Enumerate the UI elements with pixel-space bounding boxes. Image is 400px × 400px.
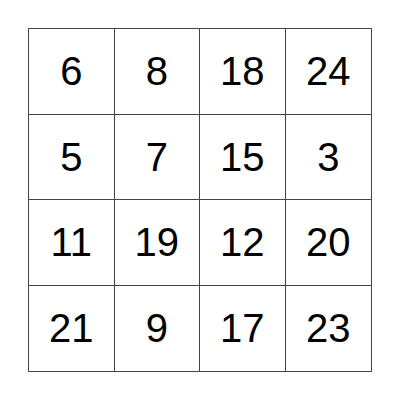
- grid-cell-r3-c3[interactable]: 12: [200, 200, 286, 286]
- grid-cell-r3-c4[interactable]: 20: [286, 200, 372, 286]
- grid-cell-r4-c2[interactable]: 9: [115, 286, 201, 372]
- grid-cell-r1-c4[interactable]: 24: [286, 29, 372, 115]
- grid-cell-r4-c3[interactable]: 17: [200, 286, 286, 372]
- grid-cell-r2-c3[interactable]: 15: [200, 115, 286, 201]
- grid-cell-r3-c2[interactable]: 19: [115, 200, 201, 286]
- grid-cell-r2-c2[interactable]: 7: [115, 115, 201, 201]
- grid-cell-r1-c3[interactable]: 18: [200, 29, 286, 115]
- number-grid-board: 6 8 18 24 5 7 15 3 11 19 12 20 21 9 17 2…: [28, 28, 372, 372]
- grid-cell-r4-c4[interactable]: 23: [286, 286, 372, 372]
- grid-cell-r4-c1[interactable]: 21: [29, 286, 115, 372]
- grid-cell-r2-c1[interactable]: 5: [29, 115, 115, 201]
- grid-cell-r3-c1[interactable]: 11: [29, 200, 115, 286]
- grid-cell-r1-c2[interactable]: 8: [115, 29, 201, 115]
- grid-cell-r1-c1[interactable]: 6: [29, 29, 115, 115]
- grid-cell-r2-c4[interactable]: 3: [286, 115, 372, 201]
